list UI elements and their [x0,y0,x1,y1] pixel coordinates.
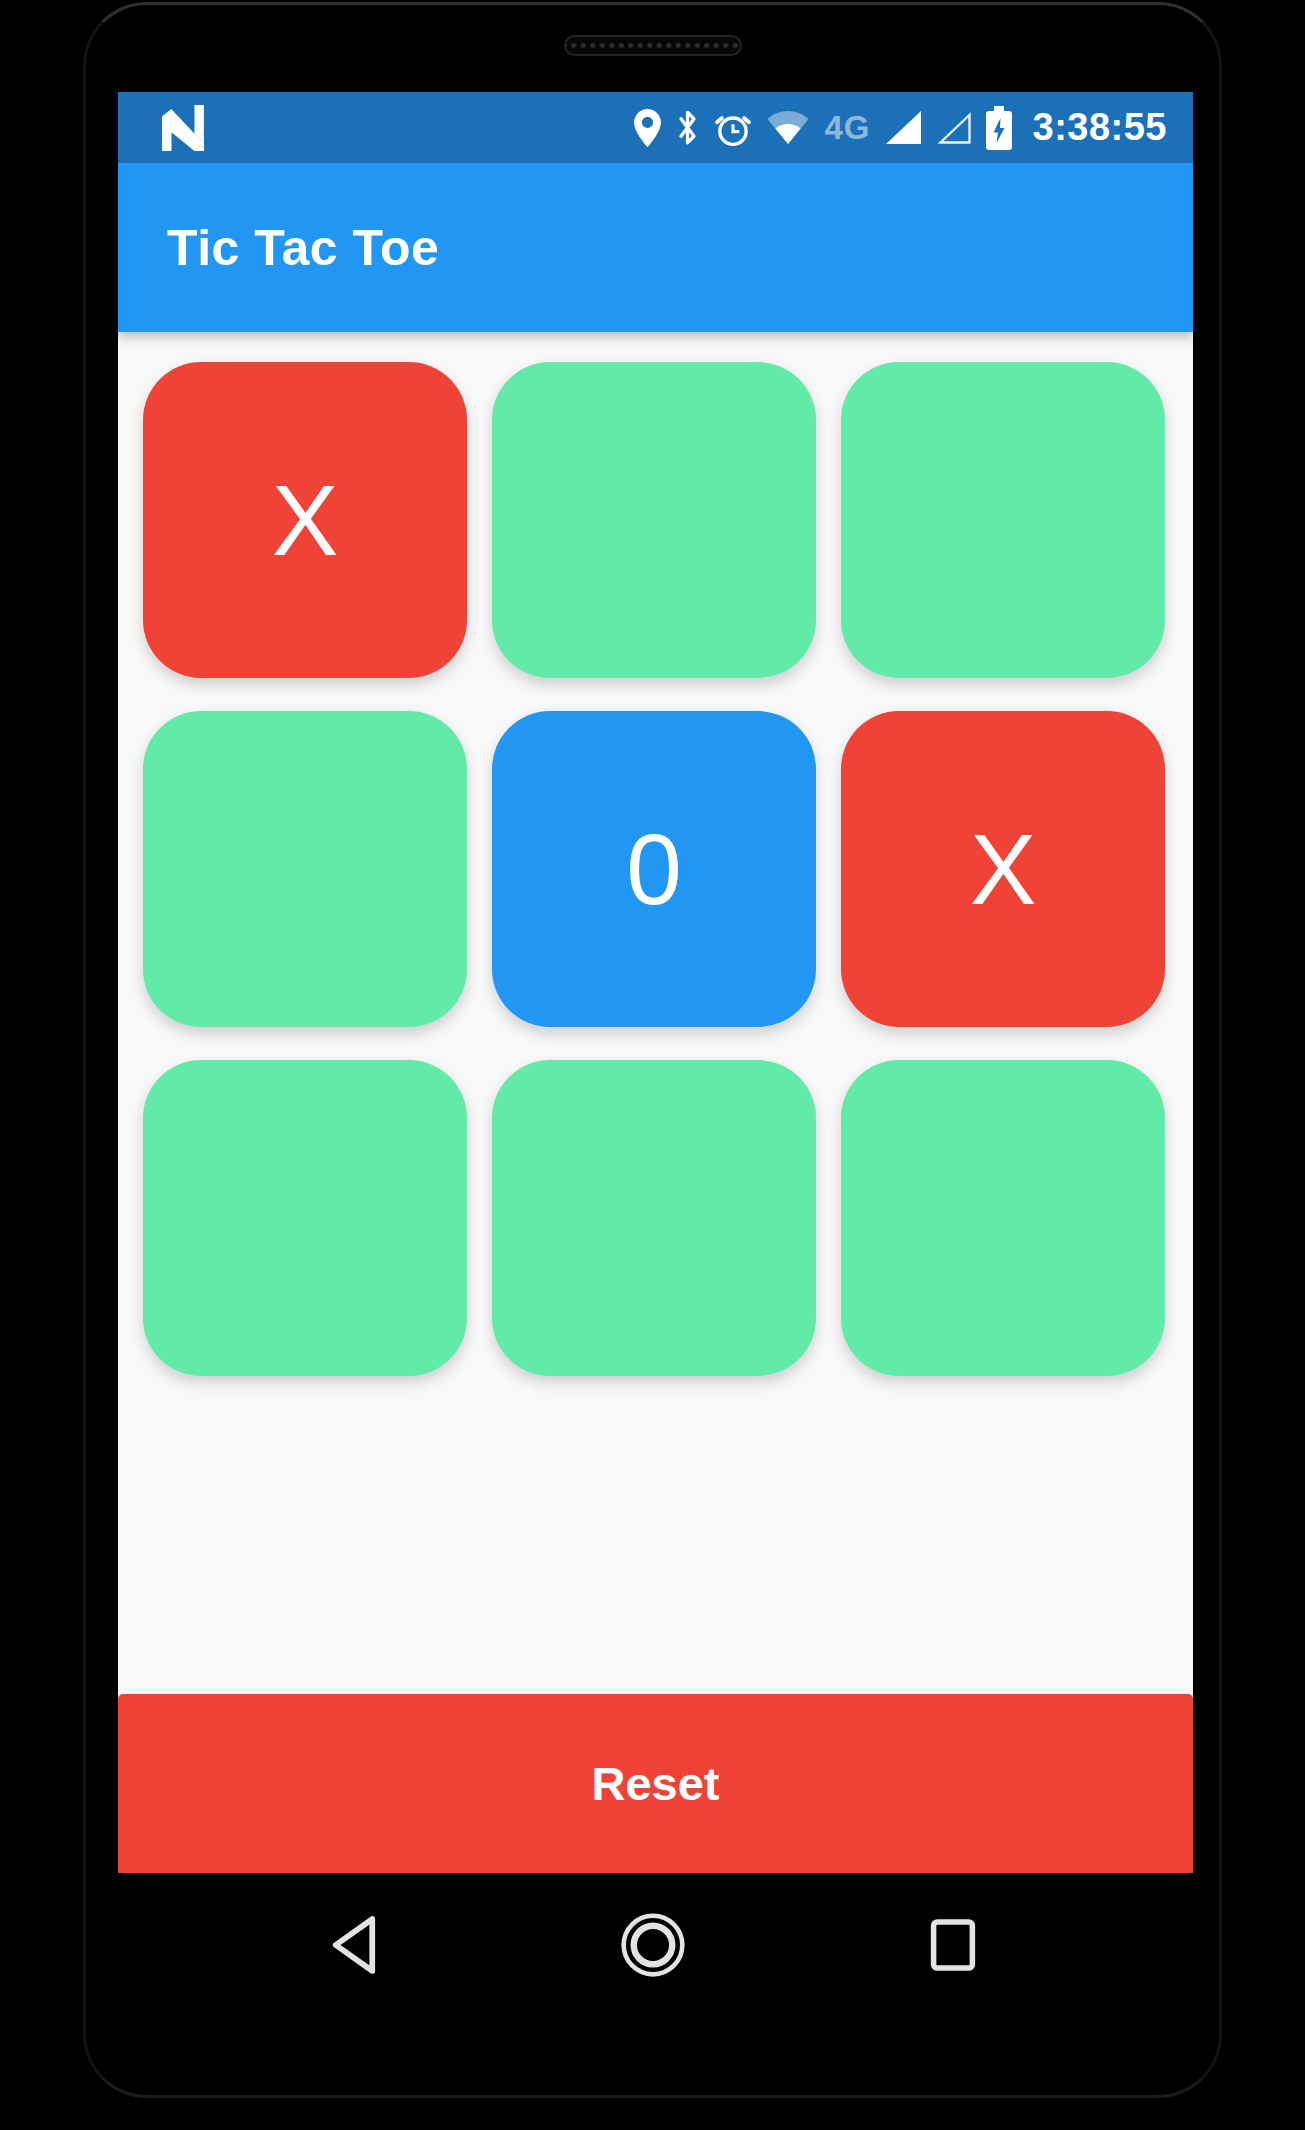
cell-mark: 0 [626,819,682,919]
signal-empty-icon [936,111,971,144]
location-icon [634,109,661,147]
wifi-icon [767,111,809,145]
signal-full-icon [886,111,921,144]
back-button[interactable] [320,1914,386,1976]
home-icon [620,1911,686,1979]
network-type-label: 4G [824,109,870,147]
navigation-bar [86,1885,1219,2005]
cell-r3c3[interactable] [841,1060,1165,1376]
cell-r1c3[interactable] [841,362,1165,678]
speaker-grille [564,35,742,56]
android-n-logo-icon [162,105,204,151]
bluetooth-icon [676,109,699,146]
cell-r2c1[interactable] [143,711,467,1027]
cell-mark: X [272,470,339,570]
recents-icon [929,1917,977,1973]
page-title: Tic Tac Toe [167,219,439,277]
board: X0X [118,332,1193,1376]
device-mockup: 4G [0,0,1305,2130]
back-icon [328,1914,378,1976]
cell-r3c2[interactable] [492,1060,816,1376]
app-bar: Tic Tac Toe [118,163,1193,332]
cell-r2c2[interactable]: 0 [492,711,816,1027]
cell-mark: X [970,819,1037,919]
status-bar-clock: 3:38:55 [1033,106,1167,149]
cell-r1c1[interactable]: X [143,362,467,678]
phone-frame: 4G [83,2,1222,2098]
status-bar: 4G [118,92,1193,163]
recents-button[interactable] [920,1917,986,1973]
alarm-clock-icon [714,108,752,148]
cell-r1c2[interactable] [492,362,816,678]
home-button[interactable] [620,1911,686,1979]
screen: 4G [118,92,1193,1873]
cell-r2c3[interactable]: X [841,711,1165,1027]
cell-r3c1[interactable] [143,1060,467,1376]
battery-charging-icon [986,106,1012,150]
reset-button[interactable]: Reset [118,1694,1193,1873]
